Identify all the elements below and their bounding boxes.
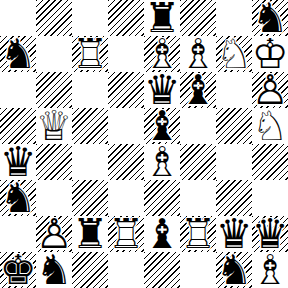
square-f2[interactable]: ♜♖ (180, 216, 216, 252)
square-c6[interactable] (72, 72, 108, 108)
black-piece-glyph: ♞ (0, 180, 36, 216)
black-knight-piece: ♞ (216, 252, 252, 288)
black-king-piece: ♚ (0, 252, 36, 288)
square-g6[interactable] (216, 72, 252, 108)
square-h1[interactable]: ♝♗ (252, 252, 288, 288)
square-d8[interactable] (108, 0, 144, 36)
square-d6[interactable] (108, 72, 144, 108)
square-h5[interactable]: ♞♘ (252, 108, 288, 144)
square-a1[interactable]: ♚ (0, 252, 36, 288)
white-piece-outline: ♖ (108, 216, 144, 252)
square-g4[interactable] (216, 144, 252, 180)
white-piece-outline: ♘ (216, 36, 252, 72)
white-knight-piece: ♞♘ (216, 36, 252, 72)
square-b4[interactable] (36, 144, 72, 180)
square-d2[interactable]: ♜♖ (108, 216, 144, 252)
square-f5[interactable] (180, 108, 216, 144)
square-f1[interactable] (180, 252, 216, 288)
square-a7[interactable]: ♞ (0, 36, 36, 72)
black-piece-glyph: ♚ (0, 252, 36, 288)
black-knight-piece: ♞ (36, 252, 72, 288)
white-piece-outline: ♗ (144, 144, 180, 180)
chess-board: ♜♞♞♜♖♝♗♝♗♞♘♚♔♛♝♟♙♛♕♝♞♘♛♝♗♞♟♙♜♜♖♝♜♖♛♛♚♞♞♝… (0, 0, 288, 288)
black-knight-piece: ♞ (0, 36, 36, 72)
white-piece-outline: ♕ (36, 108, 72, 144)
black-piece-glyph: ♝ (144, 216, 180, 252)
square-g5[interactable] (216, 108, 252, 144)
square-g1[interactable]: ♞ (216, 252, 252, 288)
black-piece-glyph: ♜ (72, 216, 108, 252)
black-piece-glyph: ♞ (0, 36, 36, 72)
white-piece-outline: ♗ (252, 252, 288, 288)
square-c7[interactable]: ♜♖ (72, 36, 108, 72)
white-rook-piece: ♜♖ (180, 216, 216, 252)
square-b8[interactable] (36, 0, 72, 36)
black-piece-glyph: ♞ (216, 252, 252, 288)
white-piece-outline: ♖ (72, 36, 108, 72)
black-piece-glyph: ♞ (36, 252, 72, 288)
square-d1[interactable] (108, 252, 144, 288)
square-a6[interactable] (0, 72, 36, 108)
white-rook-piece: ♜♖ (72, 36, 108, 72)
square-f4[interactable] (180, 144, 216, 180)
square-d4[interactable] (108, 144, 144, 180)
square-c5[interactable] (72, 108, 108, 144)
square-b1[interactable]: ♞ (36, 252, 72, 288)
square-g7[interactable]: ♞♘ (216, 36, 252, 72)
square-f6[interactable]: ♝ (180, 72, 216, 108)
square-c1[interactable] (72, 252, 108, 288)
square-e2[interactable]: ♝ (144, 216, 180, 252)
square-b7[interactable] (36, 36, 72, 72)
square-c2[interactable]: ♜ (72, 216, 108, 252)
white-knight-piece: ♞♘ (252, 108, 288, 144)
black-bishop-piece: ♝ (180, 72, 216, 108)
white-piece-outline: ♖ (180, 216, 216, 252)
square-c4[interactable] (72, 144, 108, 180)
white-queen-piece: ♛♕ (36, 108, 72, 144)
square-d7[interactable] (108, 36, 144, 72)
square-e4[interactable]: ♝♗ (144, 144, 180, 180)
black-bishop-piece: ♝ (144, 216, 180, 252)
white-bishop-piece: ♝♗ (144, 144, 180, 180)
white-rook-piece: ♜♖ (108, 216, 144, 252)
black-piece-glyph: ♝ (180, 72, 216, 108)
square-h4[interactable] (252, 144, 288, 180)
black-knight-piece: ♞ (0, 180, 36, 216)
square-d5[interactable] (108, 108, 144, 144)
square-e1[interactable] (144, 252, 180, 288)
black-rook-piece: ♜ (72, 216, 108, 252)
square-b5[interactable]: ♛♕ (36, 108, 72, 144)
square-a3[interactable]: ♞ (0, 180, 36, 216)
white-piece-outline: ♘ (252, 108, 288, 144)
white-bishop-piece: ♝♗ (252, 252, 288, 288)
